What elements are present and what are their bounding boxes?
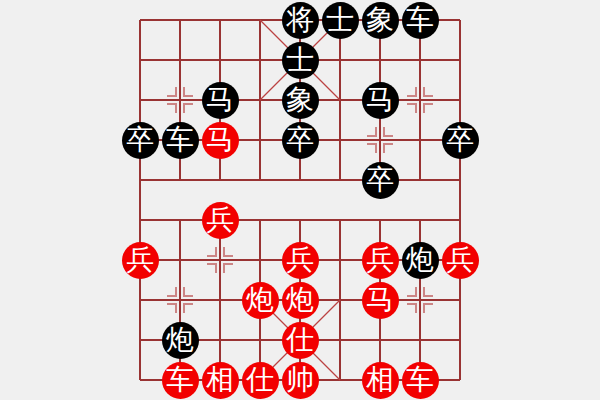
red-advisor-piece[interactable]: 仕 [242,362,279,399]
red-elephant-piece[interactable]: 相 [362,362,399,399]
black-soldier-piece[interactable]: 卒 [282,122,319,159]
black-soldier-piece[interactable]: 卒 [442,122,479,159]
xiangqi-board[interactable]: 将士象车士马象马卒车马卒卒卒兵兵兵兵炮兵炮炮马炮仕车相仕帅相车 [120,0,480,400]
black-soldier-piece[interactable]: 卒 [122,122,159,159]
black-elephant-piece[interactable]: 象 [362,2,399,39]
black-soldier-piece[interactable]: 卒 [362,162,399,199]
red-soldier-piece[interactable]: 兵 [122,242,159,279]
red-cannon-piece[interactable]: 炮 [282,282,319,319]
black-advisor-piece[interactable]: 士 [282,42,319,79]
black-horse-piece[interactable]: 马 [362,82,399,119]
red-soldier-piece[interactable]: 兵 [282,242,319,279]
red-elephant-piece[interactable]: 相 [202,362,239,399]
xiangqi-app: 将士象车士马象马卒车马卒卒卒兵兵兵兵炮兵炮炮马炮仕车相仕帅相车 [0,0,600,400]
black-elephant-piece[interactable]: 象 [282,82,319,119]
red-soldier-piece[interactable]: 兵 [202,202,239,239]
red-horse-piece[interactable]: 马 [202,122,239,159]
red-advisor-piece[interactable]: 仕 [282,322,319,359]
red-general-piece[interactable]: 帅 [282,362,319,399]
black-advisor-piece[interactable]: 士 [322,2,359,39]
black-horse-piece[interactable]: 马 [202,82,239,119]
black-chariot-piece[interactable]: 车 [162,122,199,159]
red-chariot-piece[interactable]: 车 [402,362,439,399]
black-cannon-piece[interactable]: 炮 [162,322,199,359]
black-cannon-piece[interactable]: 炮 [402,242,439,279]
red-horse-piece[interactable]: 马 [362,282,399,319]
red-cannon-piece[interactable]: 炮 [242,282,279,319]
black-general-piece[interactable]: 将 [282,2,319,39]
red-soldier-piece[interactable]: 兵 [362,242,399,279]
red-soldier-piece[interactable]: 兵 [442,242,479,279]
red-chariot-piece[interactable]: 车 [162,362,199,399]
black-chariot-piece[interactable]: 车 [402,2,439,39]
